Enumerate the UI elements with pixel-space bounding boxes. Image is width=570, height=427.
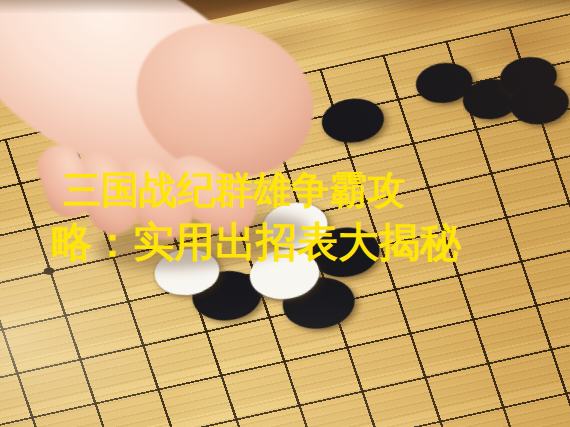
go-board-photo-thumbnail: ●●●●●●●●●●● 三国战纪群雄争霸攻 略：实用出招表大揭秘 [0,0,570,427]
player-hand [0,0,570,427]
